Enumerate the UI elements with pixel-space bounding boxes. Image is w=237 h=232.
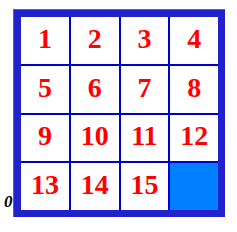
puzzle-area: 0 1 2 3 4 5 6 7 8 9 10 11 12 13 14 15 (0, 0, 237, 232)
tile-7[interactable]: 7 (121, 66, 169, 113)
tile-1[interactable]: 1 (21, 17, 69, 64)
tile-9[interactable]: 9 (21, 115, 69, 162)
tile-12[interactable]: 12 (170, 115, 218, 162)
tile-10[interactable]: 10 (71, 115, 119, 162)
fifteen-puzzle-board: 1 2 3 4 5 6 7 8 9 10 11 12 13 14 15 (14, 10, 225, 217)
tile-11[interactable]: 11 (121, 115, 169, 162)
corner-label: 0 (4, 193, 13, 210)
tile-6[interactable]: 6 (71, 66, 119, 113)
tile-3[interactable]: 3 (121, 17, 169, 64)
tile-13[interactable]: 13 (21, 163, 69, 210)
tile-5[interactable]: 5 (21, 66, 69, 113)
tile-14[interactable]: 14 (71, 163, 119, 210)
blank-cell (170, 163, 218, 210)
tile-8[interactable]: 8 (170, 66, 218, 113)
tile-15[interactable]: 15 (121, 163, 169, 210)
tile-2[interactable]: 2 (71, 17, 119, 64)
tile-4[interactable]: 4 (170, 17, 218, 64)
